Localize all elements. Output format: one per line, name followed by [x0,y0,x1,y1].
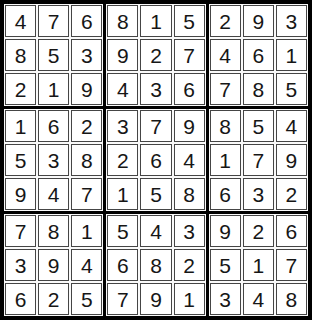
cell-r7c4[interactable]: 5 [107,215,138,247]
cell-r9c7[interactable]: 3 [210,283,241,315]
cell-r7c6[interactable]: 3 [174,215,205,247]
box-1: 476853219 [4,4,103,106]
cell-r4c5[interactable]: 7 [140,110,171,142]
cell-r1c6[interactable]: 5 [174,5,205,37]
cell-r6c3[interactable]: 7 [71,178,102,210]
cell-r9c2[interactable]: 2 [38,283,69,315]
cell-r6c8[interactable]: 3 [243,178,274,210]
cell-r7c9[interactable]: 6 [276,215,307,247]
cell-r3c8[interactable]: 8 [243,73,274,105]
cell-r2c8[interactable]: 6 [243,39,274,71]
cell-r8c7[interactable]: 5 [210,249,241,281]
cell-r5c9[interactable]: 9 [276,144,307,176]
cell-r1c5[interactable]: 1 [140,5,171,37]
cell-r3c6[interactable]: 6 [174,73,205,105]
cell-r6c2[interactable]: 4 [38,178,69,210]
cell-r4c1[interactable]: 1 [5,110,36,142]
cell-r9c5[interactable]: 9 [140,283,171,315]
cell-r4c9[interactable]: 4 [276,110,307,142]
cell-r2c4[interactable]: 9 [107,39,138,71]
cell-r2c5[interactable]: 2 [140,39,171,71]
cell-r2c2[interactable]: 5 [38,39,69,71]
cell-r5c7[interactable]: 1 [210,144,241,176]
cell-r7c7[interactable]: 9 [210,215,241,247]
cell-r7c8[interactable]: 2 [243,215,274,247]
box-9: 926517348 [209,214,308,316]
cell-r3c7[interactable]: 7 [210,73,241,105]
cell-r6c9[interactable]: 2 [276,178,307,210]
cell-r8c1[interactable]: 3 [5,249,36,281]
cell-r5c2[interactable]: 3 [38,144,69,176]
cell-r3c5[interactable]: 3 [140,73,171,105]
cell-r8c9[interactable]: 7 [276,249,307,281]
cell-r7c5[interactable]: 4 [140,215,171,247]
cell-r7c2[interactable]: 8 [38,215,69,247]
cell-r2c6[interactable]: 7 [174,39,205,71]
cell-r1c3[interactable]: 6 [71,5,102,37]
cell-r6c1[interactable]: 9 [5,178,36,210]
cell-r5c6[interactable]: 4 [174,144,205,176]
box-5: 379264158 [106,109,205,211]
cell-r9c3[interactable]: 5 [71,283,102,315]
cell-r2c9[interactable]: 1 [276,39,307,71]
cell-r1c9[interactable]: 3 [276,5,307,37]
cell-r5c5[interactable]: 6 [140,144,171,176]
cell-r9c1[interactable]: 6 [5,283,36,315]
cell-r6c4[interactable]: 1 [107,178,138,210]
box-6: 854179632 [209,109,308,211]
cell-r1c4[interactable]: 8 [107,5,138,37]
cell-r2c1[interactable]: 8 [5,39,36,71]
cell-r4c4[interactable]: 3 [107,110,138,142]
box-4: 162538947 [4,109,103,211]
cell-r7c1[interactable]: 7 [5,215,36,247]
cell-r3c4[interactable]: 4 [107,73,138,105]
cell-r8c2[interactable]: 9 [38,249,69,281]
cell-r6c7[interactable]: 6 [210,178,241,210]
cell-r8c4[interactable]: 6 [107,249,138,281]
box-2: 815927436 [106,4,205,106]
cell-r5c3[interactable]: 8 [71,144,102,176]
cell-r4c8[interactable]: 5 [243,110,274,142]
cell-r8c3[interactable]: 4 [71,249,102,281]
box-8: 543682791 [106,214,205,316]
cell-r8c5[interactable]: 8 [140,249,171,281]
sudoku-board: 4768532198159274362934617851625389473792… [0,0,312,320]
cell-r5c8[interactable]: 7 [243,144,274,176]
cell-r4c3[interactable]: 2 [71,110,102,142]
cell-r3c2[interactable]: 1 [38,73,69,105]
cell-r1c7[interactable]: 2 [210,5,241,37]
cell-r8c6[interactable]: 2 [174,249,205,281]
cell-r4c6[interactable]: 9 [174,110,205,142]
cell-r4c7[interactable]: 8 [210,110,241,142]
cell-r5c4[interactable]: 2 [107,144,138,176]
cell-r6c6[interactable]: 8 [174,178,205,210]
cell-r9c6[interactable]: 1 [174,283,205,315]
cell-r1c1[interactable]: 4 [5,5,36,37]
cell-r2c7[interactable]: 4 [210,39,241,71]
cell-r7c3[interactable]: 1 [71,215,102,247]
cell-r5c1[interactable]: 5 [5,144,36,176]
cell-r4c2[interactable]: 6 [38,110,69,142]
cell-r1c8[interactable]: 9 [243,5,274,37]
cell-r9c8[interactable]: 4 [243,283,274,315]
cell-r9c9[interactable]: 8 [276,283,307,315]
box-3: 293461785 [209,4,308,106]
cell-r3c9[interactable]: 5 [276,73,307,105]
box-7: 781394625 [4,214,103,316]
cell-r3c1[interactable]: 2 [5,73,36,105]
cell-r1c2[interactable]: 7 [38,5,69,37]
cell-r6c5[interactable]: 5 [140,178,171,210]
cell-r8c8[interactable]: 1 [243,249,274,281]
cell-r9c4[interactable]: 7 [107,283,138,315]
cell-r3c3[interactable]: 9 [71,73,102,105]
cell-r2c3[interactable]: 3 [71,39,102,71]
